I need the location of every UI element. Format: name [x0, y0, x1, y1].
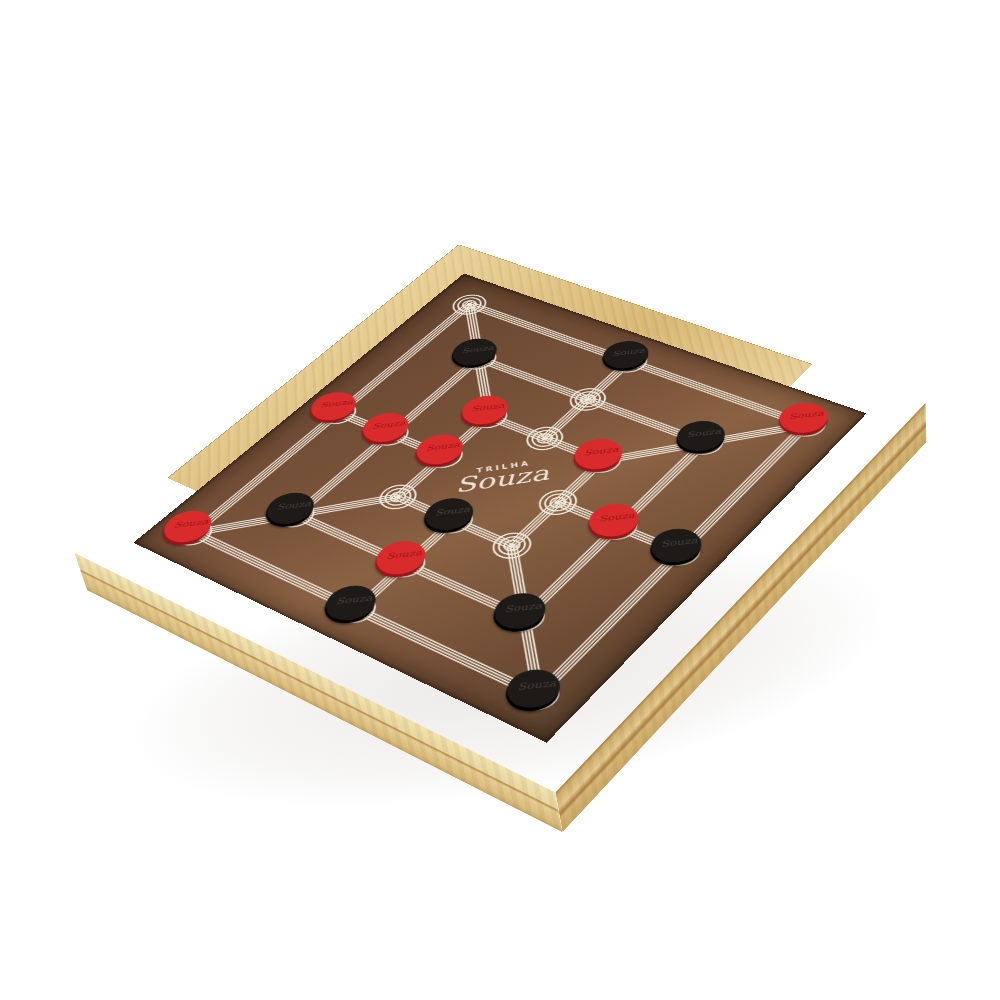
red-piece[interactable]: ●	[148, 496, 235, 552]
point-g7[interactable]: ●	[756, 394, 858, 456]
